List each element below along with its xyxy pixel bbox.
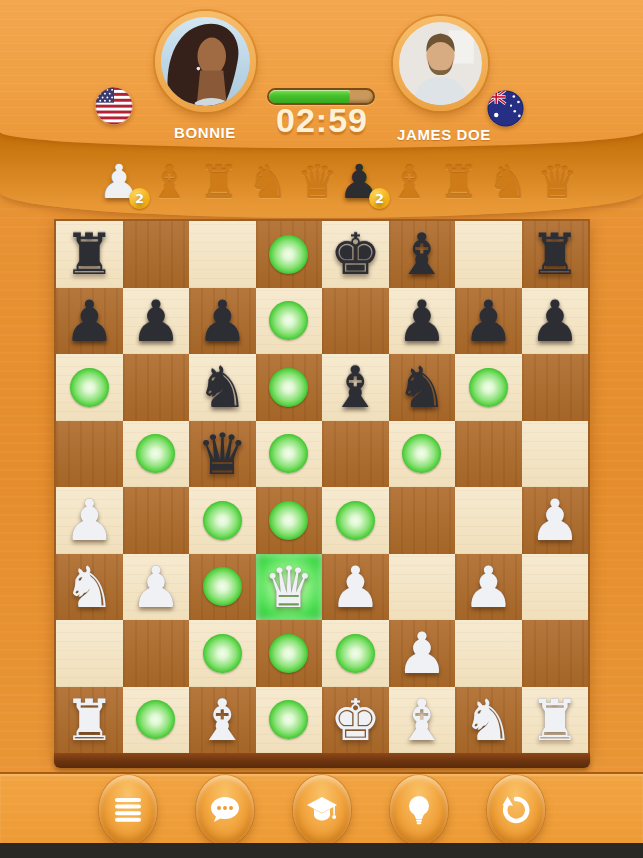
square-b4[interactable] (123, 487, 190, 554)
square-h3[interactable] (522, 554, 589, 621)
rook-slot-silhouette: ♜ (438, 158, 478, 208)
square-f4[interactable] (389, 487, 456, 554)
piece-white-bishop[interactable]: ♝ (197, 688, 248, 752)
legal-move-dot[interactable] (336, 634, 375, 673)
square-f1[interactable]: ♝ (389, 687, 456, 754)
piece-black-bishop[interactable]: ♝ (330, 355, 381, 419)
square-h2[interactable] (522, 620, 589, 687)
timer-value: 02:59 (252, 101, 392, 140)
piece-black-king[interactable]: ♚ (330, 222, 381, 286)
piece-white-knight[interactable]: ♞ (64, 555, 115, 619)
square-f7[interactable]: ♟ (389, 288, 456, 355)
square-a5[interactable] (56, 421, 123, 488)
piece-black-pawn[interactable]: ♟ (197, 289, 248, 353)
square-d7[interactable] (256, 288, 323, 355)
square-b1[interactable] (123, 687, 190, 754)
bottom-toolbar (0, 772, 643, 845)
rook-slot-silhouette: ♜ (198, 158, 238, 208)
legal-move-dot[interactable] (269, 501, 308, 540)
square-e5[interactable] (322, 421, 389, 488)
legal-move-dot[interactable] (269, 368, 308, 407)
captured-count-badge: 2 (129, 188, 150, 209)
square-d4[interactable] (256, 487, 323, 554)
piece-white-pawn[interactable]: ♟ (130, 555, 181, 619)
legal-move-dot[interactable] (136, 434, 175, 473)
square-a3[interactable]: ♞ (56, 554, 123, 621)
square-g6[interactable] (455, 354, 522, 421)
square-h4[interactable]: ♟ (522, 487, 589, 554)
square-h5[interactable] (522, 421, 589, 488)
square-d3[interactable]: ♛ (256, 554, 323, 621)
chat-icon (210, 796, 240, 824)
square-b6[interactable] (123, 354, 190, 421)
piece-black-pawn[interactable]: ♟ (463, 289, 514, 353)
piece-black-rook[interactable]: ♜ (529, 222, 580, 286)
square-e7[interactable] (322, 288, 389, 355)
legal-move-dot[interactable] (336, 501, 375, 540)
piece-black-knight[interactable]: ♞ (396, 355, 447, 419)
square-c5[interactable]: ♛ (189, 421, 256, 488)
legal-move-dot[interactable] (136, 700, 175, 739)
avatar-james[interactable] (393, 16, 488, 111)
captured-tray-black: ♟2♝♜♞♛ (338, 152, 578, 208)
avatar-bonnie-photo (161, 17, 250, 106)
square-b7[interactable]: ♟ (123, 288, 190, 355)
piece-white-pawn[interactable]: ♟ (529, 488, 580, 552)
piece-white-pawn[interactable]: ♟ (396, 621, 447, 685)
square-h6[interactable] (522, 354, 589, 421)
piece-black-knight[interactable]: ♞ (197, 355, 248, 419)
square-e8[interactable]: ♚ (322, 221, 389, 288)
piece-white-king[interactable]: ♚ (330, 688, 381, 752)
square-d1[interactable] (256, 687, 323, 754)
square-e1[interactable]: ♚ (322, 687, 389, 754)
square-e4[interactable] (322, 487, 389, 554)
square-g3[interactable]: ♟ (455, 554, 522, 621)
square-a6[interactable] (56, 354, 123, 421)
square-c2[interactable] (189, 620, 256, 687)
square-h8[interactable]: ♜ (522, 221, 589, 288)
square-a8[interactable]: ♜ (56, 221, 123, 288)
bishop-slot-silhouette: ♝ (149, 158, 189, 208)
square-f3[interactable] (389, 554, 456, 621)
square-b5[interactable] (123, 421, 190, 488)
square-f2[interactable]: ♟ (389, 620, 456, 687)
square-c6[interactable]: ♞ (189, 354, 256, 421)
captured-white-pawn: ♟2 (98, 156, 140, 208)
undo-button[interactable] (487, 775, 545, 845)
legal-move-dot[interactable] (469, 368, 508, 407)
chess-board-wrap: ♜♚♝♜♟♟♟♟♟♟♞♝♞♛♟♟♞♟♛♟♟♟♜♝♚♝♞♜ (54, 219, 590, 768)
menu-button[interactable] (99, 775, 157, 845)
australia-flag-icon (487, 90, 524, 127)
piece-black-queen[interactable]: ♛ (197, 422, 248, 486)
legal-move-dot[interactable] (269, 434, 308, 473)
piece-white-queen[interactable]: ♛ (263, 555, 314, 619)
square-f6[interactable]: ♞ (389, 354, 456, 421)
legal-move-dot[interactable] (203, 501, 242, 540)
square-g5[interactable] (455, 421, 522, 488)
square-c8[interactable] (189, 221, 256, 288)
undo-icon (501, 795, 531, 825)
legal-move-dot[interactable] (269, 235, 308, 274)
square-a4[interactable]: ♟ (56, 487, 123, 554)
legal-move-dot[interactable] (269, 301, 308, 340)
hint-icon (407, 795, 431, 825)
square-g7[interactable]: ♟ (455, 288, 522, 355)
chat-button[interactable] (196, 775, 254, 845)
square-f8[interactable]: ♝ (389, 221, 456, 288)
square-f5[interactable] (389, 421, 456, 488)
chess-board[interactable]: ♜♚♝♜♟♟♟♟♟♟♞♝♞♛♟♟♞♟♛♟♟♟♜♝♚♝♞♜ (54, 219, 590, 753)
square-d8[interactable] (256, 221, 323, 288)
knight-slot-silhouette: ♞ (248, 158, 288, 208)
piece-black-pawn[interactable]: ♟ (529, 289, 580, 353)
square-a7[interactable]: ♟ (56, 288, 123, 355)
square-e3[interactable]: ♟ (322, 554, 389, 621)
square-g4[interactable] (455, 487, 522, 554)
square-b2[interactable] (123, 620, 190, 687)
piece-white-rook[interactable]: ♜ (529, 688, 580, 752)
piece-black-bishop[interactable]: ♝ (396, 222, 447, 286)
square-c3[interactable] (189, 554, 256, 621)
square-h7[interactable]: ♟ (522, 288, 589, 355)
piece-black-pawn[interactable]: ♟ (396, 289, 447, 353)
knight-slot-silhouette: ♞ (488, 158, 528, 208)
square-b3[interactable]: ♟ (123, 554, 190, 621)
piece-white-rook[interactable]: ♜ (64, 688, 115, 752)
hint-button[interactable] (390, 775, 448, 845)
legal-move-dot[interactable] (203, 567, 242, 606)
legal-move-dot[interactable] (402, 434, 441, 473)
captured-count-badge: 2 (369, 188, 390, 209)
square-g1[interactable]: ♞ (455, 687, 522, 754)
legal-move-dot[interactable] (70, 368, 109, 407)
learn-button[interactable] (293, 775, 351, 845)
legal-move-dot[interactable] (203, 634, 242, 673)
piece-white-pawn[interactable]: ♟ (330, 555, 381, 619)
piece-black-rook[interactable]: ♜ (64, 222, 115, 286)
piece-white-knight[interactable]: ♞ (463, 688, 514, 752)
square-g8[interactable] (455, 221, 522, 288)
queen-slot-silhouette: ♛ (537, 158, 577, 208)
legal-move-dot[interactable] (269, 700, 308, 739)
square-a1[interactable]: ♜ (56, 687, 123, 754)
us-flag-icon (95, 87, 133, 125)
square-d2[interactable] (256, 620, 323, 687)
legal-move-dot[interactable] (269, 634, 308, 673)
piece-black-pawn[interactable]: ♟ (64, 289, 115, 353)
square-c7[interactable]: ♟ (189, 288, 256, 355)
bishop-slot-silhouette: ♝ (389, 158, 429, 208)
square-g2[interactable] (455, 620, 522, 687)
square-a2[interactable] (56, 620, 123, 687)
avatar-james-photo (399, 22, 482, 105)
home-indicator-strip (0, 843, 643, 858)
captured-black-pawn: ♟2 (338, 156, 380, 208)
board-bottom-edge (54, 753, 590, 768)
square-c1[interactable]: ♝ (189, 687, 256, 754)
square-d6[interactable] (256, 354, 323, 421)
square-e2[interactable] (322, 620, 389, 687)
square-c4[interactable] (189, 487, 256, 554)
chess-app-screen: ♟2♝♜♞♛ ♟2♝♜♞♛ (0, 0, 643, 858)
piece-white-bishop[interactable]: ♝ (396, 688, 447, 752)
avatar-bonnie[interactable] (155, 11, 256, 112)
menu-icon (114, 797, 142, 823)
learn-icon (306, 796, 338, 824)
match-header: BONNIE JAMES DOE 02:59 (0, 0, 643, 148)
square-d5[interactable] (256, 421, 323, 488)
square-h1[interactable]: ♜ (522, 687, 589, 754)
piece-black-pawn[interactable]: ♟ (130, 289, 181, 353)
piece-white-pawn[interactable]: ♟ (463, 555, 514, 619)
square-e6[interactable]: ♝ (322, 354, 389, 421)
captured-tray-white: ♟2♝♜♞♛ (98, 152, 338, 208)
piece-white-pawn[interactable]: ♟ (64, 488, 115, 552)
queen-slot-silhouette: ♛ (297, 158, 337, 208)
square-b8[interactable] (123, 221, 190, 288)
